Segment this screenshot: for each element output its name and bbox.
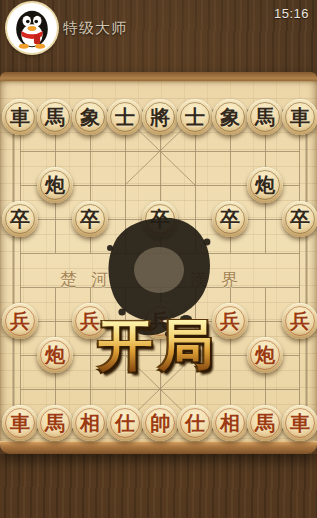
piece-black-elephant[interactable]: 象 [72, 99, 108, 135]
piece-red-soldier[interactable]: 兵 [142, 303, 178, 339]
piece-black-soldier[interactable]: 卒 [212, 201, 248, 237]
xiangqi-board[interactable]: 楚河 漢界 車馬象士將士象馬車炮炮卒卒卒卒卒兵兵兵兵兵炮炮車馬相仕帥仕相馬車 开… [0, 72, 317, 454]
piece-glyph: 仕 [115, 413, 135, 433]
piece-black-horse[interactable]: 馬 [37, 99, 73, 135]
piece-glyph: 馬 [255, 413, 275, 433]
piece-glyph: 士 [185, 107, 205, 127]
qq-penguin-icon [9, 5, 55, 51]
player-avatar[interactable] [7, 3, 57, 53]
piece-black-soldier[interactable]: 卒 [2, 201, 38, 237]
piece-glyph: 車 [290, 107, 310, 127]
piece-glyph: 馬 [45, 107, 65, 127]
board-surface [0, 81, 317, 442]
piece-glyph: 相 [220, 413, 240, 433]
piece-glyph: 炮 [45, 345, 65, 365]
piece-red-cannon[interactable]: 炮 [37, 337, 73, 373]
piece-black-chariot[interactable]: 車 [282, 99, 317, 135]
piece-glyph: 帥 [150, 413, 170, 433]
river-label-han-jie: 漢界 [190, 268, 252, 291]
piece-glyph: 車 [10, 107, 30, 127]
piece-black-soldier[interactable]: 卒 [142, 201, 178, 237]
piece-red-soldier[interactable]: 兵 [282, 303, 317, 339]
piece-glyph: 將 [150, 107, 170, 127]
piece-glyph: 卒 [220, 209, 240, 229]
piece-red-cannon[interactable]: 炮 [247, 337, 283, 373]
piece-glyph: 兵 [290, 311, 310, 331]
piece-red-general[interactable]: 帥 [142, 405, 178, 441]
piece-black-chariot[interactable]: 車 [2, 99, 38, 135]
piece-glyph: 車 [10, 413, 30, 433]
piece-black-advisor[interactable]: 士 [177, 99, 213, 135]
status-bar-clock: 15:16 [274, 6, 309, 21]
piece-red-advisor[interactable]: 仕 [177, 405, 213, 441]
piece-glyph: 象 [80, 107, 100, 127]
piece-black-general[interactable]: 將 [142, 99, 178, 135]
piece-red-chariot[interactable]: 車 [282, 405, 317, 441]
piece-glyph: 兵 [220, 311, 240, 331]
piece-glyph: 卒 [150, 209, 170, 229]
piece-black-cannon[interactable]: 炮 [247, 167, 283, 203]
piece-black-soldier[interactable]: 卒 [72, 201, 108, 237]
piece-glyph: 卒 [10, 209, 30, 229]
piece-red-advisor[interactable]: 仕 [107, 405, 143, 441]
piece-black-advisor[interactable]: 士 [107, 99, 143, 135]
piece-glyph: 炮 [255, 345, 275, 365]
piece-glyph: 馬 [45, 413, 65, 433]
board-bottom-edge [0, 441, 317, 454]
piece-glyph: 炮 [255, 175, 275, 195]
piece-glyph: 卒 [290, 209, 310, 229]
piece-glyph: 兵 [10, 311, 30, 331]
piece-glyph: 兵 [150, 311, 170, 331]
piece-black-cannon[interactable]: 炮 [37, 167, 73, 203]
piece-red-soldier[interactable]: 兵 [2, 303, 38, 339]
piece-red-soldier[interactable]: 兵 [72, 303, 108, 339]
piece-glyph: 兵 [80, 311, 100, 331]
piece-red-soldier[interactable]: 兵 [212, 303, 248, 339]
piece-red-elephant[interactable]: 相 [72, 405, 108, 441]
piece-red-elephant[interactable]: 相 [212, 405, 248, 441]
piece-black-elephant[interactable]: 象 [212, 99, 248, 135]
piece-red-horse[interactable]: 馬 [37, 405, 73, 441]
piece-black-horse[interactable]: 馬 [247, 99, 283, 135]
piece-red-horse[interactable]: 馬 [247, 405, 283, 441]
piece-glyph: 仕 [185, 413, 205, 433]
app-screen: 15:16 特级大师 [0, 0, 317, 518]
piece-glyph: 炮 [45, 175, 65, 195]
piece-glyph: 士 [115, 107, 135, 127]
river-label-chu-he: 楚河 [60, 268, 122, 291]
piece-glyph: 馬 [255, 107, 275, 127]
piece-glyph: 象 [220, 107, 240, 127]
piece-glyph: 卒 [80, 209, 100, 229]
piece-red-chariot[interactable]: 車 [2, 405, 38, 441]
piece-glyph: 車 [290, 413, 310, 433]
player-rank-title: 特级大师 [63, 19, 127, 38]
piece-black-soldier[interactable]: 卒 [282, 201, 317, 237]
piece-glyph: 相 [80, 413, 100, 433]
